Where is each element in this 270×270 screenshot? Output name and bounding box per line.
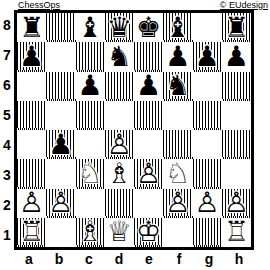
chess-board: ♜♜♝♝♛♛♚♚♝♝♜♜♟♟♞♞♟♟♟♟♟♟♟♟♟♟♞♞♟♟♟♙♞♘♝♗♟♙♞♘… bbox=[14, 10, 254, 250]
rank-label-4: 4 bbox=[0, 130, 14, 160]
piece-bP-f7: ♟♟ bbox=[163, 42, 192, 71]
piece-wP-b2: ♟♙ bbox=[46, 189, 75, 218]
rank-label-1: 1 bbox=[0, 220, 14, 250]
square-a4 bbox=[17, 130, 46, 159]
piece-wR-a1: ♜♖ bbox=[17, 218, 46, 247]
square-d1: ♛♕ bbox=[105, 218, 134, 247]
piece-glyph: ♗ bbox=[76, 218, 105, 247]
square-e2 bbox=[134, 189, 163, 218]
piece-bB-f8: ♝♝ bbox=[163, 13, 192, 42]
piece-wP-h2: ♟♙ bbox=[222, 189, 251, 218]
square-f7: ♟♟ bbox=[163, 42, 192, 71]
square-h4 bbox=[222, 130, 251, 159]
piece-wN-f3: ♞♘ bbox=[163, 159, 192, 188]
square-g2: ♟♙ bbox=[193, 189, 222, 218]
piece-glyph: ♚ bbox=[134, 13, 163, 42]
rank-labels: 87654321 bbox=[0, 10, 14, 250]
rank-label-7: 7 bbox=[0, 40, 14, 70]
square-b7 bbox=[46, 42, 75, 71]
square-d6 bbox=[105, 72, 134, 101]
square-b4: ♟♟ bbox=[46, 130, 75, 159]
piece-glyph: ♛ bbox=[105, 13, 134, 42]
square-h2: ♟♙ bbox=[222, 189, 251, 218]
piece-glyph: ♘ bbox=[76, 159, 105, 188]
square-d3: ♝♗ bbox=[105, 159, 134, 188]
piece-glyph: ♙ bbox=[105, 130, 134, 159]
rank-label-6: 6 bbox=[0, 70, 14, 100]
square-f1 bbox=[163, 218, 192, 247]
square-g1 bbox=[193, 218, 222, 247]
square-d7: ♞♞ bbox=[105, 42, 134, 71]
piece-glyph: ♟ bbox=[193, 42, 222, 71]
piece-glyph: ♟ bbox=[46, 130, 75, 159]
square-c6: ♟♟ bbox=[76, 72, 105, 101]
piece-glyph: ♖ bbox=[17, 218, 46, 247]
square-d5 bbox=[105, 101, 134, 130]
square-a2: ♟♙ bbox=[17, 189, 46, 218]
square-g8 bbox=[193, 13, 222, 42]
square-f2: ♟♙ bbox=[163, 189, 192, 218]
rank-label-2: 2 bbox=[0, 190, 14, 220]
file-label-e: e bbox=[134, 250, 164, 268]
square-d8: ♛♛ bbox=[105, 13, 134, 42]
square-h3 bbox=[222, 159, 251, 188]
square-e5 bbox=[134, 101, 163, 130]
credit-label: © EUdesign bbox=[220, 0, 268, 10]
square-f4 bbox=[163, 130, 192, 159]
square-h8: ♜♜ bbox=[222, 13, 251, 42]
piece-wQ-d1: ♛♕ bbox=[105, 218, 134, 247]
square-g5 bbox=[193, 101, 222, 130]
square-d4: ♟♙ bbox=[105, 130, 134, 159]
piece-bB-c8: ♝♝ bbox=[76, 13, 105, 42]
rank-label-3: 3 bbox=[0, 160, 14, 190]
file-label-b: b bbox=[44, 250, 74, 268]
piece-bR-a8: ♜♜ bbox=[17, 13, 46, 42]
piece-bP-e6: ♟♟ bbox=[134, 72, 163, 101]
square-c5 bbox=[76, 101, 105, 130]
piece-wP-e3: ♟♙ bbox=[134, 159, 163, 188]
square-c2 bbox=[76, 189, 105, 218]
square-a1: ♜♖ bbox=[17, 218, 46, 247]
piece-wB-c1: ♝♗ bbox=[76, 218, 105, 247]
square-h5 bbox=[222, 101, 251, 130]
square-c3: ♞♘ bbox=[76, 159, 105, 188]
square-e8: ♚♚ bbox=[134, 13, 163, 42]
square-g3 bbox=[193, 159, 222, 188]
piece-glyph: ♟ bbox=[17, 42, 46, 71]
piece-bN-f6: ♞♞ bbox=[163, 72, 192, 101]
square-h6 bbox=[222, 72, 251, 101]
piece-wB-d3: ♝♗ bbox=[105, 159, 134, 188]
piece-glyph: ♙ bbox=[17, 189, 46, 218]
piece-bN-d7: ♞♞ bbox=[105, 42, 134, 71]
square-c7 bbox=[76, 42, 105, 71]
piece-glyph: ♕ bbox=[105, 218, 134, 247]
piece-glyph: ♜ bbox=[17, 13, 46, 42]
square-h1: ♜♖ bbox=[222, 218, 251, 247]
piece-glyph: ♖ bbox=[222, 218, 251, 247]
square-a7: ♟♟ bbox=[17, 42, 46, 71]
piece-glyph: ♙ bbox=[134, 159, 163, 188]
square-e6: ♟♟ bbox=[134, 72, 163, 101]
rank-label-8: 8 bbox=[0, 10, 14, 40]
square-g6 bbox=[193, 72, 222, 101]
piece-wP-f2: ♟♙ bbox=[163, 189, 192, 218]
square-c1: ♝♗ bbox=[76, 218, 105, 247]
piece-glyph: ♙ bbox=[193, 189, 222, 218]
square-g4 bbox=[193, 130, 222, 159]
piece-glyph: ♘ bbox=[163, 159, 192, 188]
app-title: ChessOps bbox=[18, 0, 60, 10]
square-g7: ♟♟ bbox=[193, 42, 222, 71]
square-d2 bbox=[105, 189, 134, 218]
square-b8 bbox=[46, 13, 75, 42]
piece-wK-e1: ♚♔ bbox=[134, 218, 163, 247]
square-e4 bbox=[134, 130, 163, 159]
piece-glyph: ♗ bbox=[105, 159, 134, 188]
square-h7: ♟♟ bbox=[222, 42, 251, 71]
file-label-h: h bbox=[224, 250, 254, 268]
rank-label-5: 5 bbox=[0, 100, 14, 130]
square-f6: ♞♞ bbox=[163, 72, 192, 101]
file-label-g: g bbox=[194, 250, 224, 268]
piece-wP-d4: ♟♙ bbox=[105, 130, 134, 159]
piece-glyph: ♞ bbox=[163, 72, 192, 101]
square-b2: ♟♙ bbox=[46, 189, 75, 218]
piece-glyph: ♟ bbox=[76, 72, 105, 101]
piece-wP-g2: ♟♙ bbox=[193, 189, 222, 218]
piece-glyph: ♙ bbox=[163, 189, 192, 218]
piece-glyph: ♔ bbox=[134, 218, 163, 247]
piece-glyph: ♜ bbox=[222, 13, 251, 42]
square-c8: ♝♝ bbox=[76, 13, 105, 42]
piece-wR-h1: ♜♖ bbox=[222, 218, 251, 247]
piece-glyph: ♟ bbox=[222, 42, 251, 71]
piece-bR-h8: ♜♜ bbox=[222, 13, 251, 42]
piece-glyph: ♙ bbox=[46, 189, 75, 218]
square-e1: ♚♔ bbox=[134, 218, 163, 247]
square-a6 bbox=[17, 72, 46, 101]
square-b6 bbox=[46, 72, 75, 101]
square-b1 bbox=[46, 218, 75, 247]
square-f8: ♝♝ bbox=[163, 13, 192, 42]
piece-bP-a7: ♟♟ bbox=[17, 42, 46, 71]
piece-bQ-d8: ♛♛ bbox=[105, 13, 134, 42]
square-e7 bbox=[134, 42, 163, 71]
piece-glyph: ♝ bbox=[76, 13, 105, 42]
piece-glyph: ♙ bbox=[222, 189, 251, 218]
piece-bK-e8: ♚♚ bbox=[134, 13, 163, 42]
piece-wP-a2: ♟♙ bbox=[17, 189, 46, 218]
square-a8: ♜♜ bbox=[17, 13, 46, 42]
piece-bP-h7: ♟♟ bbox=[222, 42, 251, 71]
square-c4 bbox=[76, 130, 105, 159]
piece-bP-g7: ♟♟ bbox=[193, 42, 222, 71]
square-a3 bbox=[17, 159, 46, 188]
square-b3 bbox=[46, 159, 75, 188]
square-e3: ♟♙ bbox=[134, 159, 163, 188]
piece-glyph: ♝ bbox=[163, 13, 192, 42]
piece-bP-b4: ♟♟ bbox=[46, 130, 75, 159]
piece-glyph: ♟ bbox=[134, 72, 163, 101]
square-a5 bbox=[17, 101, 46, 130]
file-label-f: f bbox=[164, 250, 194, 268]
piece-wN-c3: ♞♘ bbox=[76, 159, 105, 188]
piece-glyph: ♟ bbox=[163, 42, 192, 71]
piece-glyph: ♞ bbox=[105, 42, 134, 71]
file-label-d: d bbox=[104, 250, 134, 268]
piece-bP-c6: ♟♟ bbox=[76, 72, 105, 101]
square-f5 bbox=[163, 101, 192, 130]
file-label-c: c bbox=[74, 250, 104, 268]
square-f3: ♞♘ bbox=[163, 159, 192, 188]
file-label-a: a bbox=[14, 250, 44, 268]
file-labels: abcdefgh bbox=[14, 250, 254, 268]
square-b5 bbox=[46, 101, 75, 130]
